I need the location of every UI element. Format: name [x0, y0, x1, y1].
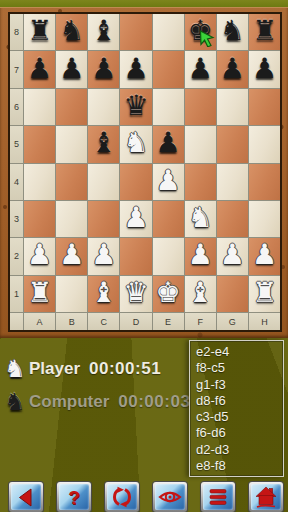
black-bishop: ♝: [91, 129, 116, 157]
board-grid: 8♜♞♝ ♚♞♜7♟♟♟♟♟♟♟6♛5♝♞♟4♟3♟♞2♟♟♟♟♟♟1♜♝♛♚♝…: [8, 12, 282, 332]
black-pawn: ♟: [252, 55, 277, 83]
black-pawn: ♟: [91, 55, 116, 83]
rank-label-5: 5: [10, 126, 23, 162]
move-entry: f6-d6: [196, 425, 283, 441]
square-g5[interactable]: [217, 126, 248, 162]
white-knight-icon: ♞: [3, 357, 27, 381]
file-label-f: F: [185, 313, 216, 330]
black-rook: ♜: [27, 17, 52, 45]
square-e6[interactable]: [153, 89, 184, 125]
square-e4[interactable]: ♟: [153, 164, 184, 200]
square-f8[interactable]: ♚: [185, 14, 216, 50]
square-h8[interactable]: ♜: [249, 14, 280, 50]
white-bishop: ♝: [91, 279, 116, 307]
square-g4[interactable]: [217, 164, 248, 200]
white-pawn: ♟: [188, 241, 213, 269]
menu-button[interactable]: [201, 482, 235, 512]
square-b2[interactable]: ♟: [56, 238, 87, 274]
square-g2[interactable]: ♟: [217, 238, 248, 274]
move-entry: f8-c5: [196, 360, 283, 376]
black-pawn: ♟: [220, 55, 245, 83]
square-c4[interactable]: [88, 164, 119, 200]
square-d6[interactable]: ♛: [120, 89, 151, 125]
square-d3[interactable]: ♟: [120, 201, 151, 237]
player-time: 00:00:51: [89, 359, 161, 379]
move-entry: e8-f8: [196, 458, 283, 474]
move-entry: d8-f6: [196, 393, 283, 409]
square-a1[interactable]: ♜: [24, 276, 55, 312]
square-c6[interactable]: [88, 89, 119, 125]
white-pawn: ♟: [252, 241, 277, 269]
computer-label: Computer: [29, 392, 109, 412]
square-h6[interactable]: [249, 89, 280, 125]
square-c1[interactable]: ♝: [88, 276, 119, 312]
black-knight: ♞: [59, 17, 84, 45]
move-list[interactable]: e2-e4f8-c5g1-f3d8-f6c3-d5f6-d6d2-d3e8-f8: [189, 340, 284, 477]
file-label-b: B: [56, 313, 87, 330]
square-f5[interactable]: [185, 126, 216, 162]
square-a4[interactable]: [24, 164, 55, 200]
square-d4[interactable]: [120, 164, 151, 200]
corner-label: [10, 313, 23, 330]
move-entry: g1-f3: [196, 377, 283, 393]
white-pawn: ♟: [27, 241, 52, 269]
file-label-d: D: [120, 313, 151, 330]
square-d7[interactable]: ♟: [120, 51, 151, 87]
square-h4[interactable]: [249, 164, 280, 200]
square-b8[interactable]: ♞: [56, 14, 87, 50]
square-h1[interactable]: ♜: [249, 276, 280, 312]
computer-clock-row: ♞ Computer 00:00:03: [3, 388, 190, 416]
analysis-button[interactable]: [153, 482, 187, 512]
black-knight: ♞: [220, 17, 245, 45]
black-pawn: ♟: [123, 55, 148, 83]
square-e7[interactable]: [153, 51, 184, 87]
square-a8[interactable]: ♜: [24, 14, 55, 50]
white-pawn: ♟: [91, 241, 116, 269]
square-b5[interactable]: [56, 126, 87, 162]
square-e8[interactable]: [153, 14, 184, 50]
square-f7[interactable]: ♟: [185, 51, 216, 87]
white-queen: ♛: [123, 279, 148, 307]
square-h2[interactable]: ♟: [249, 238, 280, 274]
white-pawn: ♟: [220, 241, 245, 269]
square-f2[interactable]: ♟: [185, 238, 216, 274]
square-g8[interactable]: ♞: [217, 14, 248, 50]
square-e2[interactable]: [153, 238, 184, 274]
chess-board: 8♜♞♝ ♚♞♜7♟♟♟♟♟♟♟6♛5♝♞♟4♟3♟♞2♟♟♟♟♟♟1♜♝♛♚♝…: [0, 7, 288, 338]
rank-label-8: 8: [10, 14, 23, 50]
square-b7[interactable]: ♟: [56, 51, 87, 87]
white-bishop: ♝: [188, 279, 213, 307]
square-e3[interactable]: [153, 201, 184, 237]
square-a3[interactable]: [24, 201, 55, 237]
square-b1[interactable]: [56, 276, 87, 312]
white-king: ♚: [156, 279, 181, 307]
square-c7[interactable]: ♟: [88, 51, 119, 87]
white-pawn: ♟: [123, 204, 148, 232]
white-rook: ♜: [27, 279, 52, 307]
square-c5[interactable]: ♝: [88, 126, 119, 162]
white-pawn: ♟: [59, 241, 84, 269]
white-pawn: ♟: [156, 167, 181, 195]
move-entry: d2-d3: [196, 442, 283, 458]
hint-button[interactable]: ?: [57, 482, 91, 512]
square-b6[interactable]: [56, 89, 87, 125]
square-c8[interactable]: ♝: [88, 14, 119, 50]
rank-label-2: 2: [10, 238, 23, 274]
question-mark-icon: ?: [68, 488, 80, 507]
square-h3[interactable]: [249, 201, 280, 237]
white-rook: ♜: [252, 279, 277, 307]
square-d1[interactable]: ♛: [120, 276, 151, 312]
square-a7[interactable]: ♟: [24, 51, 55, 87]
menu-bars-icon: [208, 486, 228, 508]
back-triangle-icon: [16, 487, 36, 508]
home-button[interactable]: [249, 482, 283, 512]
file-label-g: G: [217, 313, 248, 330]
square-g7[interactable]: ♟: [217, 51, 248, 87]
rank-label-3: 3: [10, 201, 23, 237]
move-entry: e2-e4: [196, 344, 283, 360]
black-pawn: ♟: [188, 55, 213, 83]
square-b3[interactable]: [56, 201, 87, 237]
home-icon: [255, 486, 277, 508]
square-a2[interactable]: ♟: [24, 238, 55, 274]
square-f3[interactable]: ♞: [185, 201, 216, 237]
square-a6[interactable]: [24, 89, 55, 125]
move-entry: c3-d5: [196, 409, 283, 425]
square-h7[interactable]: ♟: [249, 51, 280, 87]
square-d5[interactable]: ♞: [120, 126, 151, 162]
square-e1[interactable]: ♚: [153, 276, 184, 312]
black-bishop: ♝: [91, 17, 116, 45]
computer-time: 00:00:03: [118, 392, 190, 412]
black-queen: ♛: [123, 92, 148, 120]
rank-label-4: 4: [10, 164, 23, 200]
square-f4[interactable]: [185, 164, 216, 200]
white-knight: ♞: [123, 129, 148, 157]
square-d8[interactable]: [120, 14, 151, 50]
player-clock-row: ♞ Player 00:00:51: [3, 355, 161, 383]
selection-cursor-icon: [199, 30, 215, 47]
rank-label-7: 7: [10, 51, 23, 87]
file-label-a: A: [24, 313, 55, 330]
back-button[interactable]: [9, 482, 43, 512]
black-knight-icon: ♞: [3, 390, 27, 414]
file-label-e: E: [153, 313, 184, 330]
square-c2[interactable]: ♟: [88, 238, 119, 274]
square-g1[interactable]: [217, 276, 248, 312]
rotate-arrows-icon: [111, 486, 133, 508]
app-screen: 8♜♞♝ ♚♞♜7♟♟♟♟♟♟♟6♛5♝♞♟4♟3♟♞2♟♟♟♟♟♟1♜♝♛♚♝…: [0, 0, 288, 512]
square-b4[interactable]: [56, 164, 87, 200]
square-a5[interactable]: [24, 126, 55, 162]
square-c3[interactable]: [88, 201, 119, 237]
file-label-h: H: [249, 313, 280, 330]
square-h5[interactable]: [249, 126, 280, 162]
rank-label-6: 6: [10, 89, 23, 125]
black-rook: ♜: [252, 17, 277, 45]
square-f1[interactable]: ♝: [185, 276, 216, 312]
file-label-c: C: [88, 313, 119, 330]
top-strip: [0, 0, 288, 7]
eye-icon: [158, 488, 182, 506]
square-g3[interactable]: [217, 201, 248, 237]
rank-label-1: 1: [10, 276, 23, 312]
square-d2[interactable]: [120, 238, 151, 274]
black-pawn: ♟: [156, 129, 181, 157]
black-pawn: ♟: [59, 55, 84, 83]
square-f6[interactable]: [185, 89, 216, 125]
square-g6[interactable]: [217, 89, 248, 125]
player-label: Player: [29, 359, 80, 379]
white-knight: ♞: [188, 204, 213, 232]
toolbar: ?: [9, 482, 283, 512]
square-e5[interactable]: ♟: [153, 126, 184, 162]
replay-button[interactable]: [105, 482, 139, 512]
black-pawn: ♟: [27, 55, 52, 83]
